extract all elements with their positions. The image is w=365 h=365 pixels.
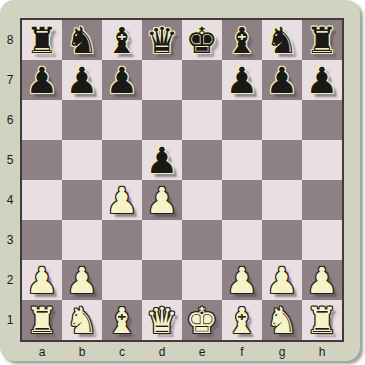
square-g1[interactable]: ♞ <box>262 300 302 340</box>
file-label-d: d <box>142 344 182 360</box>
black-king-e8[interactable]: ♚ <box>182 20 222 60</box>
white-pawn-c4[interactable]: ♟ <box>102 180 142 220</box>
square-h5[interactable] <box>302 140 342 180</box>
square-e1[interactable]: ♚ <box>182 300 222 340</box>
square-b2[interactable]: ♟ <box>62 260 102 300</box>
black-knight-b8[interactable]: ♞ <box>62 20 102 60</box>
square-a7[interactable]: ♟ <box>22 60 62 100</box>
black-bishop-c8[interactable]: ♝ <box>102 20 142 60</box>
square-f4[interactable] <box>222 180 262 220</box>
square-f1[interactable]: ♝ <box>222 300 262 340</box>
file-labels: abcdefgh <box>22 344 342 360</box>
black-bishop-f8[interactable]: ♝ <box>222 20 262 60</box>
square-a8[interactable]: ♜ <box>22 20 62 60</box>
square-e8[interactable]: ♚ <box>182 20 222 60</box>
white-pawn-a2[interactable]: ♟ <box>22 260 62 300</box>
square-c6[interactable] <box>102 100 142 140</box>
black-pawn-d5[interactable]: ♟ <box>142 140 182 180</box>
black-pawn-c7[interactable]: ♟ <box>102 60 142 100</box>
black-rook-h8[interactable]: ♜ <box>302 20 342 60</box>
square-b7[interactable]: ♟ <box>62 60 102 100</box>
white-pawn-d4[interactable]: ♟ <box>142 180 182 220</box>
square-e7[interactable] <box>182 60 222 100</box>
white-knight-b1[interactable]: ♞ <box>62 300 102 340</box>
square-a3[interactable] <box>22 220 62 260</box>
rank-label-7: 7 <box>0 60 20 100</box>
square-b4[interactable] <box>62 180 102 220</box>
file-label-h: h <box>302 344 342 360</box>
square-h6[interactable] <box>302 100 342 140</box>
square-d4[interactable]: ♟ <box>142 180 182 220</box>
square-g7[interactable]: ♟ <box>262 60 302 100</box>
square-a1[interactable]: ♜ <box>22 300 62 340</box>
square-e6[interactable] <box>182 100 222 140</box>
white-pawn-g2[interactable]: ♟ <box>262 260 302 300</box>
square-h1[interactable]: ♜ <box>302 300 342 340</box>
square-c4[interactable]: ♟ <box>102 180 142 220</box>
square-g8[interactable]: ♞ <box>262 20 302 60</box>
rank-labels: 87654321 <box>0 20 20 340</box>
square-b8[interactable]: ♞ <box>62 20 102 60</box>
square-d8[interactable]: ♛ <box>142 20 182 60</box>
white-bishop-c1[interactable]: ♝ <box>102 300 142 340</box>
square-d3[interactable] <box>142 220 182 260</box>
square-b1[interactable]: ♞ <box>62 300 102 340</box>
square-a4[interactable] <box>22 180 62 220</box>
square-a6[interactable] <box>22 100 62 140</box>
square-h4[interactable] <box>302 180 342 220</box>
rank-label-4: 4 <box>0 180 20 220</box>
square-f7[interactable]: ♟ <box>222 60 262 100</box>
square-d6[interactable] <box>142 100 182 140</box>
black-rook-a8[interactable]: ♜ <box>22 20 62 60</box>
black-pawn-f7[interactable]: ♟ <box>222 60 262 100</box>
white-queen-d1[interactable]: ♛ <box>142 300 182 340</box>
square-c8[interactable]: ♝ <box>102 20 142 60</box>
square-h3[interactable] <box>302 220 342 260</box>
file-label-e: e <box>182 344 222 360</box>
square-g5[interactable] <box>262 140 302 180</box>
square-f5[interactable] <box>222 140 262 180</box>
file-label-c: c <box>102 344 142 360</box>
rank-label-6: 6 <box>0 100 20 140</box>
square-g2[interactable]: ♟ <box>262 260 302 300</box>
square-d2[interactable] <box>142 260 182 300</box>
board-panel: 87654321 ♜♞♝♛♚♝♞♜♟♟♟♟♟♟♟♟♟♟♟♟♟♟♜♞♝♛♚♝♞♜ … <box>0 0 360 361</box>
square-c5[interactable] <box>102 140 142 180</box>
square-c2[interactable] <box>102 260 142 300</box>
black-queen-d8[interactable]: ♛ <box>142 20 182 60</box>
square-e3[interactable] <box>182 220 222 260</box>
square-c3[interactable] <box>102 220 142 260</box>
square-b3[interactable] <box>62 220 102 260</box>
black-pawn-g7[interactable]: ♟ <box>262 60 302 100</box>
white-pawn-f2[interactable]: ♟ <box>222 260 262 300</box>
square-a2[interactable]: ♟ <box>22 260 62 300</box>
rank-label-2: 2 <box>0 260 20 300</box>
square-e5[interactable] <box>182 140 222 180</box>
white-bishop-f1[interactable]: ♝ <box>222 300 262 340</box>
white-pawn-h2[interactable]: ♟ <box>302 260 342 300</box>
square-f2[interactable]: ♟ <box>222 260 262 300</box>
white-king-e1[interactable]: ♚ <box>182 300 222 340</box>
square-b6[interactable] <box>62 100 102 140</box>
square-h7[interactable]: ♟ <box>302 60 342 100</box>
square-g3[interactable] <box>262 220 302 260</box>
white-knight-g1[interactable]: ♞ <box>262 300 302 340</box>
square-e4[interactable] <box>182 180 222 220</box>
square-h8[interactable]: ♜ <box>302 20 342 60</box>
square-e2[interactable] <box>182 260 222 300</box>
white-pawn-b2[interactable]: ♟ <box>62 260 102 300</box>
rank-label-5: 5 <box>0 140 20 180</box>
file-label-a: a <box>22 344 62 360</box>
file-label-f: f <box>222 344 262 360</box>
square-f3[interactable] <box>222 220 262 260</box>
square-g6[interactable] <box>262 100 302 140</box>
board: ♜♞♝♛♚♝♞♜♟♟♟♟♟♟♟♟♟♟♟♟♟♟♜♞♝♛♚♝♞♜ <box>20 18 344 342</box>
square-f8[interactable]: ♝ <box>222 20 262 60</box>
square-b5[interactable] <box>62 140 102 180</box>
square-c7[interactable]: ♟ <box>102 60 142 100</box>
white-rook-a1[interactable]: ♜ <box>22 300 62 340</box>
white-rook-h1[interactable]: ♜ <box>302 300 342 340</box>
square-f6[interactable] <box>222 100 262 140</box>
black-pawn-h7[interactable]: ♟ <box>302 60 342 100</box>
square-g4[interactable] <box>262 180 302 220</box>
square-a5[interactable] <box>22 140 62 180</box>
rank-label-3: 3 <box>0 220 20 260</box>
black-pawn-b7[interactable]: ♟ <box>62 60 102 100</box>
square-d7[interactable] <box>142 60 182 100</box>
square-h2[interactable]: ♟ <box>302 260 342 300</box>
file-label-g: g <box>262 344 302 360</box>
square-d1[interactable]: ♛ <box>142 300 182 340</box>
square-c1[interactable]: ♝ <box>102 300 142 340</box>
square-d5[interactable]: ♟ <box>142 140 182 180</box>
black-pawn-a7[interactable]: ♟ <box>22 60 62 100</box>
rank-label-8: 8 <box>0 20 20 60</box>
black-knight-g8[interactable]: ♞ <box>262 20 302 60</box>
rank-label-1: 1 <box>0 300 20 340</box>
file-label-b: b <box>62 344 102 360</box>
